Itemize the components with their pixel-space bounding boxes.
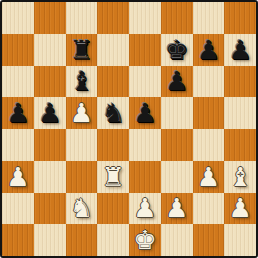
square-h1[interactable] [224, 224, 256, 256]
square-h6[interactable] [224, 66, 256, 98]
square-h5[interactable] [224, 97, 256, 129]
square-f4[interactable] [161, 129, 193, 161]
piece-white-pawn[interactable]: ♟ [133, 195, 156, 221]
square-g8[interactable] [193, 2, 225, 34]
piece-white-pawn[interactable]: ♟ [165, 195, 188, 221]
square-c8[interactable] [66, 2, 98, 34]
square-f2[interactable]: ♟ [161, 193, 193, 225]
square-g6[interactable] [193, 66, 225, 98]
piece-white-king[interactable]: ♚ [133, 227, 156, 253]
square-g7[interactable]: ♟ [193, 34, 225, 66]
square-c2[interactable]: ♞ [66, 193, 98, 225]
square-d7[interactable] [97, 34, 129, 66]
square-c5[interactable]: ♟ [66, 97, 98, 129]
square-g5[interactable] [193, 97, 225, 129]
square-b7[interactable] [34, 34, 66, 66]
square-g4[interactable] [193, 129, 225, 161]
square-f6[interactable]: ♟ [161, 66, 193, 98]
square-d6[interactable] [97, 66, 129, 98]
square-d2[interactable] [97, 193, 129, 225]
chess-board: ♜♚♟♟♝♟♟♟♟♞♟♟♜♟♝♞♟♟♟♚ [2, 2, 256, 256]
square-e5[interactable]: ♟ [129, 97, 161, 129]
square-c1[interactable] [66, 224, 98, 256]
square-d3[interactable]: ♜ [97, 161, 129, 193]
square-b6[interactable] [34, 66, 66, 98]
square-d8[interactable] [97, 2, 129, 34]
piece-black-pawn[interactable]: ♟ [228, 37, 251, 63]
square-b8[interactable] [34, 2, 66, 34]
square-h7[interactable]: ♟ [224, 34, 256, 66]
square-e2[interactable]: ♟ [129, 193, 161, 225]
square-e3[interactable] [129, 161, 161, 193]
piece-white-pawn[interactable]: ♟ [6, 164, 29, 190]
square-e1[interactable]: ♚ [129, 224, 161, 256]
piece-white-knight[interactable]: ♞ [70, 195, 93, 221]
chess-board-frame: ♜♚♟♟♝♟♟♟♟♞♟♟♜♟♝♞♟♟♟♚ [0, 0, 258, 258]
square-a3[interactable]: ♟ [2, 161, 34, 193]
piece-white-pawn[interactable]: ♟ [197, 164, 220, 190]
square-h8[interactable] [224, 2, 256, 34]
piece-black-rook[interactable]: ♜ [70, 37, 93, 63]
square-b4[interactable] [34, 129, 66, 161]
square-a5[interactable]: ♟ [2, 97, 34, 129]
square-d5[interactable]: ♞ [97, 97, 129, 129]
square-d4[interactable] [97, 129, 129, 161]
square-f3[interactable] [161, 161, 193, 193]
square-h3[interactable]: ♝ [224, 161, 256, 193]
square-e7[interactable] [129, 34, 161, 66]
piece-black-bishop[interactable]: ♝ [70, 68, 93, 94]
piece-black-pawn[interactable]: ♟ [197, 37, 220, 63]
square-a4[interactable] [2, 129, 34, 161]
square-b3[interactable] [34, 161, 66, 193]
square-g3[interactable]: ♟ [193, 161, 225, 193]
piece-black-pawn[interactable]: ♟ [165, 68, 188, 94]
square-b2[interactable] [34, 193, 66, 225]
square-e4[interactable] [129, 129, 161, 161]
square-h2[interactable]: ♟ [224, 193, 256, 225]
square-d1[interactable] [97, 224, 129, 256]
piece-black-knight[interactable]: ♞ [101, 100, 124, 126]
square-e8[interactable] [129, 2, 161, 34]
square-c3[interactable] [66, 161, 98, 193]
piece-white-pawn[interactable]: ♟ [228, 195, 251, 221]
square-a2[interactable] [2, 193, 34, 225]
piece-black-pawn[interactable]: ♟ [38, 100, 61, 126]
square-e6[interactable] [129, 66, 161, 98]
square-a1[interactable] [2, 224, 34, 256]
piece-black-pawn[interactable]: ♟ [6, 100, 29, 126]
piece-white-bishop[interactable]: ♝ [228, 164, 251, 190]
square-f1[interactable] [161, 224, 193, 256]
square-g1[interactable] [193, 224, 225, 256]
square-f8[interactable] [161, 2, 193, 34]
square-b5[interactable]: ♟ [34, 97, 66, 129]
square-g2[interactable] [193, 193, 225, 225]
square-a8[interactable] [2, 2, 34, 34]
square-a6[interactable] [2, 66, 34, 98]
piece-white-rook[interactable]: ♜ [101, 164, 124, 190]
square-f7[interactable]: ♚ [161, 34, 193, 66]
square-a7[interactable] [2, 34, 34, 66]
piece-black-pawn[interactable]: ♟ [133, 100, 156, 126]
piece-white-pawn[interactable]: ♟ [70, 100, 93, 126]
piece-black-king[interactable]: ♚ [165, 37, 188, 63]
square-c6[interactable]: ♝ [66, 66, 98, 98]
square-f5[interactable] [161, 97, 193, 129]
square-c4[interactable] [66, 129, 98, 161]
square-b1[interactable] [34, 224, 66, 256]
square-h4[interactable] [224, 129, 256, 161]
square-c7[interactable]: ♜ [66, 34, 98, 66]
